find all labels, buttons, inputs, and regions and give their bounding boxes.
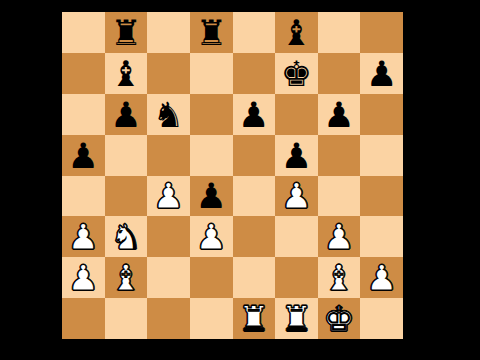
square-e2[interactable] — [233, 257, 276, 298]
square-d1[interactable] — [190, 298, 233, 339]
square-h5[interactable] — [360, 135, 403, 176]
white-rook-e1: ♜ — [238, 302, 269, 337]
square-d7[interactable] — [190, 53, 233, 94]
square-g6[interactable]: ♟ — [318, 94, 361, 135]
black-king-f7: ♚ — [281, 57, 312, 92]
white-pawn-d3: ♟ — [195, 220, 226, 255]
square-e5[interactable] — [233, 135, 276, 176]
square-b2[interactable]: ♝ — [105, 257, 148, 298]
black-rook-b8: ♜ — [110, 16, 141, 51]
square-g8[interactable] — [318, 12, 361, 53]
black-pawn-a5: ♟ — [68, 139, 99, 174]
square-b3[interactable]: ♞ — [105, 216, 148, 257]
square-e6[interactable]: ♟ — [233, 94, 276, 135]
black-pawn-g6: ♟ — [323, 98, 354, 133]
square-a6[interactable] — [62, 94, 105, 135]
square-f3[interactable] — [275, 216, 318, 257]
square-f8[interactable]: ♝ — [275, 12, 318, 53]
square-b6[interactable]: ♟ — [105, 94, 148, 135]
black-pawn-f5: ♟ — [281, 139, 312, 174]
square-e8[interactable] — [233, 12, 276, 53]
square-f7[interactable]: ♚ — [275, 53, 318, 94]
square-g4[interactable] — [318, 176, 361, 217]
square-g1[interactable]: ♚ — [318, 298, 361, 339]
square-d2[interactable] — [190, 257, 233, 298]
white-pawn-g3: ♟ — [323, 220, 354, 255]
square-f4[interactable]: ♟ — [275, 176, 318, 217]
square-f5[interactable]: ♟ — [275, 135, 318, 176]
square-b7[interactable]: ♝ — [105, 53, 148, 94]
square-g3[interactable]: ♟ — [318, 216, 361, 257]
white-king-g1: ♚ — [323, 302, 354, 337]
square-c7[interactable] — [147, 53, 190, 94]
white-bishop-g2: ♝ — [323, 261, 354, 296]
white-rook-f1: ♜ — [281, 302, 312, 337]
square-e1[interactable]: ♜ — [233, 298, 276, 339]
square-g2[interactable]: ♝ — [318, 257, 361, 298]
square-f1[interactable]: ♜ — [275, 298, 318, 339]
square-b4[interactable] — [105, 176, 148, 217]
square-g5[interactable] — [318, 135, 361, 176]
black-pawn-d4: ♟ — [195, 179, 226, 214]
black-bishop-f8: ♝ — [281, 16, 312, 51]
square-c2[interactable] — [147, 257, 190, 298]
square-d5[interactable] — [190, 135, 233, 176]
square-c6[interactable]: ♞ — [147, 94, 190, 135]
white-pawn-h2: ♟ — [366, 261, 397, 296]
square-b8[interactable]: ♜ — [105, 12, 148, 53]
square-h4[interactable] — [360, 176, 403, 217]
black-pawn-b6: ♟ — [110, 98, 141, 133]
square-d3[interactable]: ♟ — [190, 216, 233, 257]
square-c5[interactable] — [147, 135, 190, 176]
square-c1[interactable] — [147, 298, 190, 339]
square-a1[interactable] — [62, 298, 105, 339]
square-c8[interactable] — [147, 12, 190, 53]
square-a7[interactable] — [62, 53, 105, 94]
white-pawn-f4: ♟ — [281, 179, 312, 214]
white-pawn-a3: ♟ — [68, 220, 99, 255]
square-c3[interactable] — [147, 216, 190, 257]
square-d4[interactable]: ♟ — [190, 176, 233, 217]
square-f2[interactable] — [275, 257, 318, 298]
black-pawn-h7: ♟ — [366, 57, 397, 92]
square-h7[interactable]: ♟ — [360, 53, 403, 94]
square-h3[interactable] — [360, 216, 403, 257]
square-a5[interactable]: ♟ — [62, 135, 105, 176]
square-h2[interactable]: ♟ — [360, 257, 403, 298]
square-c4[interactable]: ♟ — [147, 176, 190, 217]
white-pawn-a2: ♟ — [68, 261, 99, 296]
black-rook-d8: ♜ — [195, 16, 226, 51]
white-knight-b3: ♞ — [110, 220, 141, 255]
square-h6[interactable] — [360, 94, 403, 135]
square-b5[interactable] — [105, 135, 148, 176]
square-a2[interactable]: ♟ — [62, 257, 105, 298]
square-e7[interactable] — [233, 53, 276, 94]
black-bishop-b7: ♝ — [110, 57, 141, 92]
white-bishop-b2: ♝ — [110, 261, 141, 296]
black-knight-c6: ♞ — [153, 98, 184, 133]
video-frame: ♜♜♝♝♚♟♟♞♟♟♟♟♟♟♟♟♞♟♟♟♝♝♟♜♜♚ — [0, 0, 480, 360]
square-h1[interactable] — [360, 298, 403, 339]
square-a8[interactable] — [62, 12, 105, 53]
chess-board: ♜♜♝♝♚♟♟♞♟♟♟♟♟♟♟♟♞♟♟♟♝♝♟♜♜♚ — [62, 12, 403, 339]
square-e3[interactable] — [233, 216, 276, 257]
square-d8[interactable]: ♜ — [190, 12, 233, 53]
square-f6[interactable] — [275, 94, 318, 135]
square-d6[interactable] — [190, 94, 233, 135]
square-g7[interactable] — [318, 53, 361, 94]
white-pawn-c4: ♟ — [153, 179, 184, 214]
square-b1[interactable] — [105, 298, 148, 339]
square-h8[interactable] — [360, 12, 403, 53]
square-e4[interactable] — [233, 176, 276, 217]
square-a4[interactable] — [62, 176, 105, 217]
square-a3[interactable]: ♟ — [62, 216, 105, 257]
black-pawn-e6: ♟ — [238, 98, 269, 133]
